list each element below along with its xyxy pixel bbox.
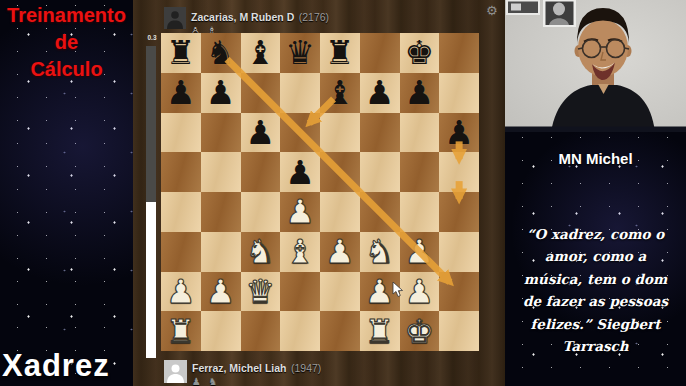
square-f2[interactable]: ♟ xyxy=(360,272,400,312)
video-frame: Treinamento de Cálculo Xadrez 0.3 Zacari… xyxy=(0,0,686,386)
black-pawn[interactable]: ♟ xyxy=(405,73,435,112)
square-a2[interactable]: ♟ xyxy=(161,272,201,312)
quote-line: amor, como a xyxy=(505,245,686,267)
square-c4[interactable] xyxy=(241,192,281,232)
square-e1[interactable] xyxy=(320,311,360,351)
title-line-1: Treinamento xyxy=(0,2,133,29)
quote-line: felizes.” Siegbert xyxy=(505,313,686,335)
square-g4[interactable] xyxy=(400,192,440,232)
square-e8[interactable]: ♜ xyxy=(320,33,360,73)
black-rook[interactable]: ♜ xyxy=(325,33,355,72)
settings-gear-icon[interactable]: ⚙ xyxy=(486,3,498,18)
square-g3[interactable]: ♟ xyxy=(400,232,440,272)
square-a7[interactable]: ♟ xyxy=(161,73,201,113)
square-f6[interactable] xyxy=(360,113,400,153)
square-g6[interactable] xyxy=(400,113,440,153)
player-bottom-avatar xyxy=(164,360,187,383)
white-knight[interactable]: ♞ xyxy=(246,232,276,271)
white-queen[interactable]: ♛ xyxy=(246,272,276,311)
player-top-name[interactable]: Zacarias, M Ruben D xyxy=(191,11,294,23)
xadrez-label: Xadrez xyxy=(2,348,110,384)
square-e2[interactable] xyxy=(320,272,360,312)
square-d4[interactable]: ♟ xyxy=(280,192,320,232)
square-g5[interactable] xyxy=(400,152,440,192)
black-bishop[interactable]: ♝ xyxy=(325,73,355,112)
square-d5[interactable]: ♟ xyxy=(280,152,320,192)
white-rook[interactable]: ♜ xyxy=(365,312,395,351)
black-queen[interactable]: ♛ xyxy=(285,33,315,72)
player-top-rating: (2176) xyxy=(299,11,329,23)
square-b2[interactable]: ♟ xyxy=(201,272,241,312)
square-c3[interactable]: ♞ xyxy=(241,232,281,272)
player-bottom-captured-pieces: ♟ ♞ xyxy=(192,376,321,386)
quote-line: música, tem o dom xyxy=(505,268,686,290)
square-e6[interactable] xyxy=(320,113,360,153)
white-pawn[interactable]: ♟ xyxy=(325,232,355,271)
square-c7[interactable] xyxy=(241,73,281,113)
square-e4[interactable] xyxy=(320,192,360,232)
square-h3[interactable] xyxy=(439,232,479,272)
black-rook[interactable]: ♜ xyxy=(166,33,196,72)
square-b1[interactable] xyxy=(201,311,241,351)
player-top-avatar xyxy=(164,7,186,29)
square-d2[interactable] xyxy=(280,272,320,312)
square-g1[interactable]: ♚ xyxy=(400,311,440,351)
black-knight[interactable]: ♞ xyxy=(206,33,236,72)
square-f5[interactable] xyxy=(360,152,400,192)
square-f7[interactable]: ♟ xyxy=(360,73,400,113)
square-b4[interactable] xyxy=(201,192,241,232)
black-king[interactable]: ♚ xyxy=(405,33,435,72)
black-pawn[interactable]: ♟ xyxy=(365,73,395,112)
white-rook[interactable]: ♜ xyxy=(166,312,196,351)
square-b5[interactable] xyxy=(201,152,241,192)
square-e3[interactable]: ♟ xyxy=(320,232,360,272)
black-pawn[interactable]: ♟ xyxy=(246,113,276,152)
square-d8[interactable]: ♛ xyxy=(280,33,320,73)
square-f8[interactable] xyxy=(360,33,400,73)
square-c1[interactable] xyxy=(241,311,281,351)
square-c2[interactable]: ♛ xyxy=(241,272,281,312)
wall-photo-portrait xyxy=(543,0,576,27)
square-c5[interactable] xyxy=(241,152,281,192)
black-bishop[interactable]: ♝ xyxy=(246,33,276,72)
quote-line: Tarrasch xyxy=(505,335,686,357)
chess-board[interactable]: ♜♞♝♛♜♚♟♟♝♟♟♟♟♟♟♞♝♟♞♟♟♟♛♟♟♜♜♚ xyxy=(161,33,479,351)
left-text-panel: Treinamento de Cálculo Xadrez xyxy=(0,0,133,386)
square-b3[interactable] xyxy=(201,232,241,272)
square-h4[interactable] xyxy=(439,192,479,232)
title-line-3: Cálculo xyxy=(0,56,133,83)
quote-line: “O xadrez, como o xyxy=(505,223,686,245)
eval-bar xyxy=(146,46,156,358)
presenter-portrait xyxy=(505,0,686,132)
black-pawn[interactable]: ♟ xyxy=(166,73,196,112)
square-f4[interactable] xyxy=(360,192,400,232)
tarrasch-quote: “O xadrez, como o amor, como a música, t… xyxy=(505,223,686,357)
square-a3[interactable] xyxy=(161,232,201,272)
square-h5[interactable] xyxy=(439,152,479,192)
white-pawn[interactable]: ♟ xyxy=(285,192,315,231)
player-top-bar: Zacarias, M Ruben D (2176) ♙ ♗ xyxy=(164,7,329,36)
webcam-panel xyxy=(505,0,686,132)
square-h7[interactable] xyxy=(439,73,479,113)
white-pawn[interactable]: ♟ xyxy=(206,272,236,311)
black-pawn[interactable]: ♟ xyxy=(285,153,315,192)
white-king[interactable]: ♚ xyxy=(405,312,435,351)
square-a1[interactable]: ♜ xyxy=(161,311,201,351)
player-bottom-bar: Ferraz, Michel Liah (1947) ♟ ♞ xyxy=(164,358,321,386)
eval-bar-black-portion xyxy=(146,46,156,202)
black-pawn[interactable]: ♟ xyxy=(444,113,474,152)
quote-line: de fazer as pessoas xyxy=(505,290,686,312)
square-a4[interactable] xyxy=(161,192,201,232)
square-h6[interactable]: ♟ xyxy=(439,113,479,153)
square-f3[interactable]: ♞ xyxy=(360,232,400,272)
square-c6[interactable]: ♟ xyxy=(241,113,281,153)
square-c8[interactable]: ♝ xyxy=(241,33,281,73)
white-bishop[interactable]: ♝ xyxy=(285,232,315,271)
eval-value: 0.3 xyxy=(144,34,160,41)
presenter-name: MN Michel xyxy=(505,150,686,167)
square-b7[interactable]: ♟ xyxy=(201,73,241,113)
black-pawn[interactable]: ♟ xyxy=(206,73,236,112)
square-h8[interactable] xyxy=(439,33,479,73)
square-b8[interactable]: ♞ xyxy=(201,33,241,73)
training-title: Treinamento de Cálculo xyxy=(0,0,133,83)
player-bottom-rating: (1947) xyxy=(291,362,321,374)
square-b6[interactable] xyxy=(201,113,241,153)
square-a5[interactable] xyxy=(161,152,201,192)
square-g7[interactable]: ♟ xyxy=(400,73,440,113)
eval-bar-white-portion xyxy=(146,202,156,358)
square-e7[interactable]: ♝ xyxy=(320,73,360,113)
square-e5[interactable] xyxy=(320,152,360,192)
square-g2[interactable]: ♟ xyxy=(400,272,440,312)
white-knight[interactable]: ♞ xyxy=(365,232,395,271)
square-d6[interactable] xyxy=(280,113,320,153)
square-f1[interactable]: ♜ xyxy=(360,311,400,351)
square-h2[interactable] xyxy=(439,272,479,312)
white-pawn[interactable]: ♟ xyxy=(405,272,435,311)
white-pawn[interactable]: ♟ xyxy=(405,232,435,271)
square-d7[interactable] xyxy=(280,73,320,113)
square-a6[interactable] xyxy=(161,113,201,153)
title-line-2: de xyxy=(0,29,133,56)
white-pawn[interactable]: ♟ xyxy=(166,272,196,311)
right-text-panel: MN Michel “O xadrez, como o amor, como a… xyxy=(505,132,686,386)
wall-photo-small xyxy=(506,0,540,15)
player-bottom-name[interactable]: Ferraz, Michel Liah xyxy=(192,362,287,374)
square-a8[interactable]: ♜ xyxy=(161,33,201,73)
square-d1[interactable] xyxy=(280,311,320,351)
square-g8[interactable]: ♚ xyxy=(400,33,440,73)
white-pawn[interactable]: ♟ xyxy=(365,272,395,311)
square-h1[interactable] xyxy=(439,311,479,351)
square-d3[interactable]: ♝ xyxy=(280,232,320,272)
